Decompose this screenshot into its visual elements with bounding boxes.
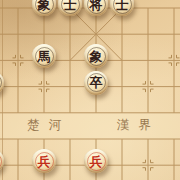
red-soldier-c6[interactable]: 兵	[32, 149, 56, 173]
piece-glyph: 士	[64, 0, 77, 10]
piece-glyph: 将	[90, 0, 103, 10]
piece-glyph: 象	[90, 49, 103, 62]
piece-glyph: 象	[38, 0, 51, 10]
piece-glyph: 卒	[90, 76, 103, 89]
xiangqi-board[interactable]: 楚河 漢界 象士将士馬象卒卒兵兵兵	[0, 0, 180, 180]
piece-ring	[0, 73, 2, 92]
piece-glyph: 兵	[90, 154, 103, 167]
black-soldier-e3[interactable]: 卒	[84, 71, 108, 95]
piece-glyph: 兵	[38, 154, 51, 167]
piece-glyph: 馬	[38, 49, 51, 62]
river-label-left: 楚河	[27, 117, 70, 132]
piece-ring	[0, 152, 2, 171]
piece-glyph: 士	[116, 0, 129, 10]
river-label-right: 漢界	[117, 117, 160, 132]
red-soldier-e6[interactable]: 兵	[84, 149, 108, 173]
